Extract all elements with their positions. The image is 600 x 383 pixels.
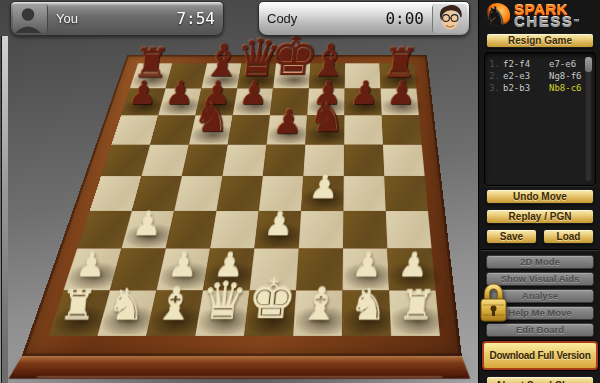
square-h5[interactable] bbox=[383, 144, 425, 176]
board-squares: ♜♝♛♚♝♜♟♟♟♟♟♟♟♞♟♞♟♟♟♟♟♟♟♟♜♞♝♛♚♝♞♜ bbox=[48, 63, 440, 336]
player-bar-cody[interactable]: Cody 0:00 bbox=[258, 1, 470, 36]
white-pawn[interactable]: ♟ bbox=[273, 171, 375, 204]
square-h7[interactable]: ♟ bbox=[381, 88, 419, 115]
undo-move-button[interactable]: Undo Move bbox=[486, 189, 594, 204]
white-pawn[interactable]: ♟ bbox=[225, 208, 332, 240]
sidebar-divider bbox=[481, 249, 599, 251]
player-name: Cody bbox=[259, 11, 305, 26]
edit-board-button[interactable]: Edit Board bbox=[486, 323, 594, 337]
square-f4[interactable]: ♟ bbox=[301, 176, 344, 211]
logo-chess-text: CHESS™ bbox=[514, 16, 579, 28]
about-sparkchess-button[interactable]: About SparkChess bbox=[486, 376, 594, 383]
load-button[interactable]: Load bbox=[543, 229, 594, 244]
player-clock: 7:54 bbox=[168, 9, 223, 28]
move-history-panel: 1.f2-f4e7-e62.e2-e3Ng8-f63.b2-b3Nb8-c6 bbox=[484, 52, 596, 186]
square-h4[interactable] bbox=[384, 176, 428, 211]
square-g3[interactable] bbox=[343, 211, 387, 249]
save-button[interactable]: Save bbox=[486, 229, 537, 244]
resign-game-button[interactable]: Resign Game bbox=[486, 33, 594, 48]
square-h3[interactable] bbox=[386, 211, 432, 249]
square-e3[interactable]: ♟ bbox=[254, 211, 301, 249]
square-h1[interactable]: ♜ bbox=[389, 290, 440, 336]
white-rook[interactable]: ♜ bbox=[358, 286, 477, 327]
cody-avatar bbox=[432, 4, 467, 33]
square-d5[interactable] bbox=[222, 144, 266, 176]
board-region: ♜♝♛♚♝♜♟♟♟♟♟♟♟♞♟♞♟♟♟♟♟♟♟♟♜♞♝♛♚♝♞♜ bbox=[0, 36, 514, 383]
square-f6[interactable]: ♞ bbox=[305, 115, 344, 144]
white-pawn[interactable]: ♟ bbox=[94, 208, 201, 240]
2d-mode-button[interactable]: 2D Mode bbox=[486, 255, 594, 269]
move-row: 3.b2-b3Nb8-c6 bbox=[489, 82, 583, 94]
move-scrollbar-track[interactable] bbox=[585, 57, 592, 181]
lock-icon bbox=[478, 279, 509, 324]
white-pawn[interactable]: ♟ bbox=[357, 248, 469, 281]
sparkchess-logo: ♞ SPARK CHESS™ bbox=[483, 1, 599, 31]
game-area: ♜♝♛♚♝♜♟♟♟♟♟♟♟♞♟♞♟♟♟♟♟♟♟♟♜♞♝♛♚♝♞♜ You 7:5… bbox=[0, 0, 478, 383]
board-scene: ♜♝♛♚♝♜♟♟♟♟♟♟♟♞♟♞♟♟♟♟♟♟♟♟♜♞♝♛♚♝♞♜ bbox=[0, 36, 514, 383]
move-black[interactable]: Ng8-f6 bbox=[549, 70, 583, 82]
move-list: 1.f2-f4e7-e62.e2-e3Ng8-f63.b2-b3Nb8-c6 bbox=[489, 58, 583, 181]
square-c5[interactable] bbox=[182, 144, 228, 176]
square-c6[interactable]: ♞ bbox=[189, 115, 233, 144]
move-black[interactable]: Nb8-c6 bbox=[549, 82, 583, 94]
move-row: 1.f2-f4e7-e6 bbox=[489, 58, 583, 70]
square-d4[interactable] bbox=[217, 176, 263, 211]
player-bar-you[interactable]: You 7:54 bbox=[10, 1, 224, 36]
black-knight[interactable]: ♞ bbox=[280, 96, 375, 138]
replay-pgn-button[interactable]: Replay / PGN bbox=[486, 209, 594, 224]
move-number: 1. bbox=[489, 58, 503, 70]
square-h6[interactable] bbox=[382, 115, 422, 144]
move-black[interactable]: e7-e6 bbox=[549, 58, 583, 70]
move-white[interactable]: b2-b3 bbox=[503, 82, 549, 94]
move-scrollbar-thumb[interactable] bbox=[585, 57, 592, 72]
knight-logo-icon: ♞ bbox=[483, 1, 513, 31]
you-avatar bbox=[13, 4, 48, 33]
player-clock: 0:00 bbox=[377, 9, 432, 28]
move-number: 3. bbox=[489, 82, 503, 94]
square-c4[interactable] bbox=[174, 176, 222, 211]
move-white[interactable]: f2-f4 bbox=[503, 58, 549, 70]
download-full-version-button[interactable]: Download Full Version bbox=[482, 341, 598, 370]
sidebar: ♞ SPARK CHESS™ Resign Game 1.f2-f4e7-e62… bbox=[478, 0, 600, 383]
board-front-edge bbox=[8, 356, 472, 379]
player-name: You bbox=[48, 11, 86, 26]
move-row: 2.e2-e3Ng8-f6 bbox=[489, 70, 583, 82]
chess-board[interactable]: ♜♝♛♚♝♜♟♟♟♟♟♟♟♞♟♞♟♟♟♟♟♟♟♟♜♞♝♛♚♝♞♜ bbox=[22, 55, 462, 356]
move-number: 2. bbox=[489, 70, 503, 82]
move-white[interactable]: e2-e3 bbox=[503, 70, 549, 82]
